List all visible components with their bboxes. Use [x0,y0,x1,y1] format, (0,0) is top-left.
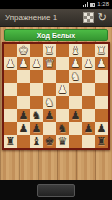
square-a5[interactable] [4,96,17,109]
piece-black-bishop: ♝ [30,135,43,148]
piece-black-queen: ♛ [56,135,69,148]
piece-black-knight: ♞ [30,109,43,122]
piece-white-knight: ♞ [43,96,56,109]
square-a1[interactable] [4,44,17,57]
square-h3[interactable] [95,70,108,83]
square-c3[interactable] [30,70,43,83]
square-a7[interactable] [4,122,17,135]
board-icon[interactable] [83,12,94,23]
square-a6[interactable] [4,109,17,122]
square-d8[interactable]: ♚ [43,135,56,148]
square-h4[interactable] [95,83,108,96]
nav-pill-button[interactable] [37,184,75,197]
square-f2[interactable]: ♟ [69,57,82,70]
signal-icon [83,2,88,7]
square-f3[interactable]: ♞ [69,70,82,83]
square-d2[interactable]: ♛ [43,57,56,70]
piece-black-pawn: ♟ [17,122,30,135]
piece-white-pawn: ♟ [56,83,69,96]
square-c1[interactable] [30,44,43,57]
square-b3[interactable] [17,70,30,83]
square-e2[interactable] [56,57,69,70]
piece-black-knight: ♞ [56,122,69,135]
square-e8[interactable]: ♛ [56,135,69,148]
bottom-nav-bar [0,180,112,200]
refresh-icon[interactable]: ↻ [98,12,107,23]
square-b4[interactable] [17,83,30,96]
square-d5[interactable]: ♞ [43,96,56,109]
square-b5[interactable] [17,96,30,109]
title-bar: Упражнение 1 ↻ [0,9,112,27]
square-f4[interactable] [69,83,82,96]
square-f1[interactable]: ♝ [69,44,82,57]
piece-white-pawn: ♟ [95,57,108,70]
square-g2[interactable]: ♟ [82,57,95,70]
square-f5[interactable] [69,96,82,109]
square-d1[interactable]: ♜ [43,44,56,57]
square-b6[interactable]: ♟ [17,109,30,122]
square-b1[interactable]: ♚ [17,44,30,57]
battery-icon [90,3,95,7]
square-c5[interactable] [30,96,43,109]
turn-banner-text: Ход Белых [37,32,75,39]
square-e1[interactable] [56,44,69,57]
square-f7[interactable] [69,122,82,135]
square-g3[interactable] [82,70,95,83]
square-c2[interactable]: ♟ [30,57,43,70]
piece-white-bishop: ♝ [69,44,82,57]
square-e3[interactable] [56,70,69,83]
square-e6[interactable] [56,109,69,122]
square-a2[interactable]: ♟ [4,57,17,70]
piece-black-king: ♚ [43,135,56,148]
square-d3[interactable] [43,70,56,83]
status-bar: 1:28 [0,0,112,9]
square-h7[interactable]: ♟ [95,122,108,135]
square-g8[interactable] [82,135,95,148]
square-g6[interactable] [82,109,95,122]
piece-white-rook: ♜ [43,44,56,57]
app-screen: 1:28 Упражнение 1 ↻ Ход Белых ♚♜♝♜♟♟♟♛♟♟… [0,0,112,200]
square-h8[interactable]: ♜ [95,135,108,148]
piece-black-rook: ♜ [4,135,17,148]
square-g1[interactable] [82,44,95,57]
square-a8[interactable]: ♜ [4,135,17,148]
square-e4[interactable]: ♟ [56,83,69,96]
square-e5[interactable] [56,96,69,109]
page-title: Упражнение 1 [5,13,79,22]
chess-board: ♚♜♝♜♟♟♟♛♟♟♟♞♟♞♟♞♟♟♟♟♞♟♟♜♝♚♛♜ [4,44,108,148]
piece-white-pawn: ♟ [4,57,17,70]
piece-black-pawn: ♟ [69,109,82,122]
piece-white-knight: ♞ [69,70,82,83]
square-h1[interactable]: ♜ [95,44,108,57]
square-c8[interactable]: ♝ [30,135,43,148]
piece-black-pawn: ♟ [30,122,43,135]
square-f8[interactable] [69,135,82,148]
status-time: 1:28 [97,0,109,9]
square-e7[interactable]: ♞ [56,122,69,135]
square-b2[interactable]: ♟ [17,57,30,70]
piece-white-pawn: ♟ [17,57,30,70]
piece-white-queen: ♛ [43,57,56,70]
piece-black-pawn: ♟ [82,122,95,135]
square-g5[interactable] [82,96,95,109]
square-g4[interactable] [82,83,95,96]
board-frame: ♚♜♝♜♟♟♟♛♟♟♟♞♟♞♟♞♟♟♟♟♞♟♟♜♝♚♛♜ [2,42,110,150]
square-g7[interactable]: ♟ [82,122,95,135]
square-d7[interactable] [43,122,56,135]
square-b8[interactable] [17,135,30,148]
square-f6[interactable]: ♟ [69,109,82,122]
square-b7[interactable]: ♟ [17,122,30,135]
square-a3[interactable] [4,70,17,83]
piece-black-pawn: ♟ [17,109,30,122]
square-d6[interactable]: ♟ [43,109,56,122]
square-c4[interactable] [30,83,43,96]
square-h6[interactable] [95,109,108,122]
piece-white-pawn: ♟ [82,57,95,70]
square-h5[interactable] [95,96,108,109]
square-a4[interactable] [4,83,17,96]
square-h2[interactable]: ♟ [95,57,108,70]
piece-black-rook: ♜ [95,135,108,148]
square-c7[interactable]: ♟ [30,122,43,135]
turn-banner: Ход Белых [4,29,108,41]
square-c6[interactable]: ♞ [30,109,43,122]
piece-white-pawn: ♟ [30,57,43,70]
piece-white-king: ♚ [17,44,30,57]
piece-white-rook: ♜ [95,44,108,57]
piece-white-pawn: ♟ [69,57,82,70]
piece-black-pawn: ♟ [43,109,56,122]
square-d4[interactable] [43,83,56,96]
piece-black-pawn: ♟ [95,122,108,135]
